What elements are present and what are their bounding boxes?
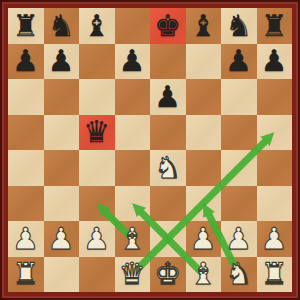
square-d6[interactable] — [115, 79, 151, 115]
square-e4[interactable] — [150, 150, 186, 186]
square-a2[interactable] — [8, 221, 44, 257]
square-e5[interactable] — [150, 115, 186, 151]
square-f3[interactable] — [186, 186, 222, 222]
square-h3[interactable] — [257, 186, 293, 222]
square-e1[interactable] — [150, 257, 186, 293]
square-f4[interactable] — [186, 150, 222, 186]
square-d2[interactable] — [115, 221, 151, 257]
square-d5[interactable] — [115, 115, 151, 151]
square-h5[interactable] — [257, 115, 293, 151]
square-f6[interactable] — [186, 79, 222, 115]
square-h1[interactable] — [257, 257, 293, 293]
square-h4[interactable] — [257, 150, 293, 186]
square-e6[interactable] — [150, 79, 186, 115]
square-f7[interactable] — [186, 44, 222, 80]
square-e2[interactable] — [150, 221, 186, 257]
square-c6[interactable] — [79, 79, 115, 115]
chess-board — [8, 8, 292, 292]
square-e7[interactable] — [150, 44, 186, 80]
square-e8[interactable] — [150, 8, 186, 44]
square-c4[interactable] — [79, 150, 115, 186]
square-g8[interactable] — [221, 8, 257, 44]
square-f1[interactable] — [186, 257, 222, 293]
square-c3[interactable] — [79, 186, 115, 222]
square-b4[interactable] — [44, 150, 80, 186]
chess-board-frame: ♜♞♝♚♝♞♜♟♟♟♟♟♟♛♞♟♟♟♝♟♟♟♜♛♚♝♞♜ — [0, 0, 300, 300]
square-h2[interactable] — [257, 221, 293, 257]
square-d4[interactable] — [115, 150, 151, 186]
square-g2[interactable] — [221, 221, 257, 257]
square-f5[interactable] — [186, 115, 222, 151]
square-b1[interactable] — [44, 257, 80, 293]
square-g7[interactable] — [221, 44, 257, 80]
square-d8[interactable] — [115, 8, 151, 44]
square-d7[interactable] — [115, 44, 151, 80]
square-c8[interactable] — [79, 8, 115, 44]
square-h8[interactable] — [257, 8, 293, 44]
square-g4[interactable] — [221, 150, 257, 186]
square-a1[interactable] — [8, 257, 44, 293]
square-b3[interactable] — [44, 186, 80, 222]
square-b2[interactable] — [44, 221, 80, 257]
square-b5[interactable] — [44, 115, 80, 151]
square-h7[interactable] — [257, 44, 293, 80]
square-g6[interactable] — [221, 79, 257, 115]
square-c1[interactable] — [79, 257, 115, 293]
square-d3[interactable] — [115, 186, 151, 222]
square-a5[interactable] — [8, 115, 44, 151]
square-a3[interactable] — [8, 186, 44, 222]
square-e3[interactable] — [150, 186, 186, 222]
square-g5[interactable] — [221, 115, 257, 151]
square-c5[interactable] — [79, 115, 115, 151]
square-g1[interactable] — [221, 257, 257, 293]
square-g3[interactable] — [221, 186, 257, 222]
square-d1[interactable] — [115, 257, 151, 293]
square-h6[interactable] — [257, 79, 293, 115]
square-c2[interactable] — [79, 221, 115, 257]
square-a7[interactable] — [8, 44, 44, 80]
square-a4[interactable] — [8, 150, 44, 186]
square-f2[interactable] — [186, 221, 222, 257]
square-f8[interactable] — [186, 8, 222, 44]
square-a8[interactable] — [8, 8, 44, 44]
square-b8[interactable] — [44, 8, 80, 44]
square-a6[interactable] — [8, 79, 44, 115]
square-b7[interactable] — [44, 44, 80, 80]
square-c7[interactable] — [79, 44, 115, 80]
square-b6[interactable] — [44, 79, 80, 115]
